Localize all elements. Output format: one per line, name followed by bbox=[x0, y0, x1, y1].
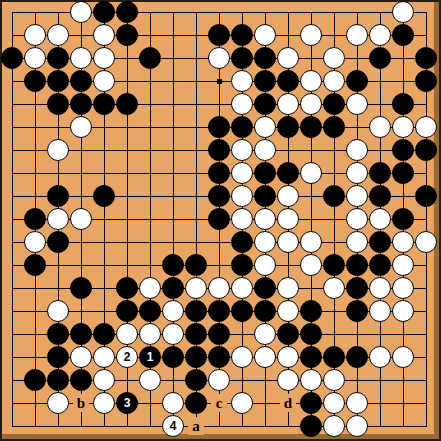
stone-black bbox=[47, 185, 69, 207]
stone-black bbox=[185, 392, 207, 414]
stone-black bbox=[208, 185, 230, 207]
stone-white bbox=[277, 208, 299, 230]
stone-black bbox=[346, 346, 368, 368]
stone-white bbox=[254, 208, 276, 230]
stone-black bbox=[24, 254, 46, 276]
stone-black bbox=[116, 93, 138, 115]
stone-black bbox=[254, 162, 276, 184]
stone-white bbox=[231, 93, 253, 115]
stone-black bbox=[277, 70, 299, 92]
stone-white bbox=[346, 185, 368, 207]
stone-black bbox=[70, 369, 92, 391]
stone-white bbox=[323, 415, 345, 437]
stone-white bbox=[231, 139, 253, 161]
stone-white bbox=[231, 185, 253, 207]
stone-black bbox=[47, 93, 69, 115]
stone-white bbox=[415, 231, 437, 253]
stone-black bbox=[300, 116, 322, 138]
stone-black bbox=[415, 185, 437, 207]
stone-black bbox=[162, 346, 184, 368]
stone-black bbox=[70, 93, 92, 115]
stone-black bbox=[47, 231, 69, 253]
stone-black bbox=[277, 116, 299, 138]
stone-black bbox=[392, 162, 414, 184]
stone-white bbox=[24, 231, 46, 253]
stone-white bbox=[277, 93, 299, 115]
stone-black bbox=[231, 47, 253, 69]
stone-black bbox=[323, 93, 345, 115]
stone-white bbox=[346, 415, 368, 437]
stone-black bbox=[346, 300, 368, 322]
stone-black bbox=[1, 47, 23, 69]
stone-black bbox=[231, 24, 253, 46]
stone-black bbox=[254, 70, 276, 92]
stone-white bbox=[392, 254, 414, 276]
stone-white bbox=[70, 116, 92, 138]
stone-white bbox=[254, 254, 276, 276]
stone-black bbox=[369, 162, 391, 184]
stone-white bbox=[300, 231, 322, 253]
stone-white bbox=[93, 24, 115, 46]
stone-white bbox=[346, 93, 368, 115]
stone-white bbox=[346, 231, 368, 253]
stone-white bbox=[392, 277, 414, 299]
stone-white bbox=[323, 277, 345, 299]
stone-white bbox=[346, 392, 368, 414]
stone-black bbox=[346, 70, 368, 92]
stone-white bbox=[369, 277, 391, 299]
stone-white bbox=[277, 277, 299, 299]
stone-white bbox=[392, 231, 414, 253]
stone-black-move-3: 3 bbox=[116, 392, 138, 414]
stone-white bbox=[231, 392, 253, 414]
stone-black bbox=[369, 231, 391, 253]
stone-black bbox=[93, 185, 115, 207]
stone-white bbox=[300, 70, 322, 92]
stone-black bbox=[300, 415, 322, 437]
stone-white bbox=[162, 392, 184, 414]
stone-black bbox=[392, 208, 414, 230]
stone-black bbox=[47, 323, 69, 345]
stone-black bbox=[346, 254, 368, 276]
stone-white bbox=[70, 346, 92, 368]
stone-white bbox=[369, 116, 391, 138]
stone-white bbox=[47, 139, 69, 161]
stone-white bbox=[300, 24, 322, 46]
point-label-c: c bbox=[211, 394, 227, 412]
point-label-d: d bbox=[280, 394, 296, 412]
stone-black bbox=[231, 254, 253, 276]
stone-black bbox=[369, 254, 391, 276]
stone-white bbox=[369, 208, 391, 230]
stone-white bbox=[139, 369, 161, 391]
stone-white bbox=[208, 369, 230, 391]
stone-white bbox=[116, 323, 138, 345]
stone-black bbox=[70, 70, 92, 92]
stone-black-move-1: 1 bbox=[139, 346, 161, 368]
stone-white-move-4: 4 bbox=[162, 415, 184, 437]
stone-black bbox=[231, 116, 253, 138]
stone-white bbox=[93, 346, 115, 368]
stone-black bbox=[254, 300, 276, 322]
stone-black bbox=[323, 116, 345, 138]
stone-white bbox=[24, 24, 46, 46]
stone-white bbox=[346, 139, 368, 161]
stone-white bbox=[323, 392, 345, 414]
stone-black bbox=[116, 300, 138, 322]
stone-black bbox=[162, 277, 184, 299]
stone-white bbox=[254, 323, 276, 345]
stone-black bbox=[24, 369, 46, 391]
stone-white bbox=[162, 300, 184, 322]
stone-white bbox=[277, 369, 299, 391]
stone-white bbox=[277, 231, 299, 253]
stone-black bbox=[323, 254, 345, 276]
stone-black bbox=[116, 1, 138, 23]
stone-white bbox=[231, 208, 253, 230]
stone-white bbox=[277, 185, 299, 207]
stone-black bbox=[300, 392, 322, 414]
stone-white bbox=[93, 369, 115, 391]
stone-black bbox=[300, 346, 322, 368]
stone-black bbox=[392, 93, 414, 115]
stone-black bbox=[185, 346, 207, 368]
stone-black bbox=[47, 369, 69, 391]
stone-black bbox=[300, 300, 322, 322]
stone-black bbox=[208, 323, 230, 345]
stone-black bbox=[346, 277, 368, 299]
stone-white bbox=[139, 323, 161, 345]
stone-black bbox=[208, 139, 230, 161]
stone-black bbox=[323, 346, 345, 368]
stone-black bbox=[47, 47, 69, 69]
stone-white bbox=[47, 300, 69, 322]
stone-white bbox=[254, 139, 276, 161]
stone-black bbox=[162, 254, 184, 276]
stone-white bbox=[369, 346, 391, 368]
stone-black bbox=[415, 70, 437, 92]
stone-black bbox=[208, 208, 230, 230]
stone-white bbox=[47, 392, 69, 414]
stone-white bbox=[392, 1, 414, 23]
stone-black bbox=[24, 208, 46, 230]
stone-white bbox=[323, 369, 345, 391]
stone-white bbox=[300, 254, 322, 276]
stone-black bbox=[185, 300, 207, 322]
stone-black bbox=[116, 24, 138, 46]
stone-white bbox=[70, 47, 92, 69]
stone-white-move-2: 2 bbox=[116, 346, 138, 368]
stone-white bbox=[231, 346, 253, 368]
stone-white bbox=[300, 369, 322, 391]
stone-black bbox=[300, 323, 322, 345]
stone-black bbox=[139, 300, 161, 322]
stone-black bbox=[185, 254, 207, 276]
stone-black bbox=[185, 323, 207, 345]
stone-white bbox=[323, 47, 345, 69]
stone-black bbox=[415, 139, 437, 161]
stone-white bbox=[346, 208, 368, 230]
stone-white bbox=[277, 300, 299, 322]
stone-white bbox=[346, 24, 368, 46]
stone-black bbox=[24, 70, 46, 92]
stone-black bbox=[254, 47, 276, 69]
stone-white bbox=[346, 162, 368, 184]
stone-white bbox=[254, 231, 276, 253]
stone-black bbox=[208, 24, 230, 46]
stone-black bbox=[70, 323, 92, 345]
stone-white bbox=[415, 116, 437, 138]
stone-black bbox=[208, 116, 230, 138]
stone-white bbox=[185, 277, 207, 299]
point-label-b: b bbox=[73, 394, 89, 412]
stone-black bbox=[254, 277, 276, 299]
stone-white bbox=[254, 116, 276, 138]
stone-black bbox=[369, 185, 391, 207]
stone-black bbox=[277, 162, 299, 184]
stone-white bbox=[93, 70, 115, 92]
stone-white bbox=[208, 277, 230, 299]
stone-black bbox=[323, 185, 345, 207]
stone-black bbox=[208, 300, 230, 322]
stone-white bbox=[254, 24, 276, 46]
stone-black bbox=[208, 162, 230, 184]
stone-white bbox=[300, 162, 322, 184]
stone-black bbox=[254, 93, 276, 115]
stone-black bbox=[185, 369, 207, 391]
stone-black bbox=[47, 70, 69, 92]
stone-white bbox=[323, 70, 345, 92]
stone-white bbox=[300, 93, 322, 115]
stone-black bbox=[254, 185, 276, 207]
stone-white bbox=[24, 47, 46, 69]
stone-black bbox=[70, 277, 92, 299]
star-point bbox=[217, 79, 222, 84]
stone-white bbox=[277, 47, 299, 69]
stone-white bbox=[369, 300, 391, 322]
stone-black bbox=[208, 346, 230, 368]
stone-white bbox=[231, 277, 253, 299]
stone-black bbox=[369, 47, 391, 69]
stone-black bbox=[93, 323, 115, 345]
stone-white bbox=[70, 1, 92, 23]
stone-black bbox=[93, 1, 115, 23]
stone-black bbox=[116, 277, 138, 299]
stone-white bbox=[93, 47, 115, 69]
stone-black bbox=[47, 346, 69, 368]
stone-black bbox=[231, 300, 253, 322]
stone-white bbox=[139, 277, 161, 299]
stone-black bbox=[392, 139, 414, 161]
point-label-a: a bbox=[188, 417, 204, 435]
stone-black bbox=[415, 47, 437, 69]
stone-white bbox=[231, 162, 253, 184]
stone-white bbox=[392, 300, 414, 322]
stone-white bbox=[162, 323, 184, 345]
stone-white bbox=[369, 24, 391, 46]
stone-white bbox=[392, 116, 414, 138]
stone-black bbox=[392, 24, 414, 46]
stone-white bbox=[47, 24, 69, 46]
stone-white bbox=[231, 70, 253, 92]
stone-black bbox=[277, 323, 299, 345]
stone-black bbox=[93, 93, 115, 115]
stone-black bbox=[231, 231, 253, 253]
stone-white bbox=[277, 346, 299, 368]
stone-white bbox=[70, 208, 92, 230]
stone-white bbox=[208, 47, 230, 69]
stone-white bbox=[93, 392, 115, 414]
stone-white bbox=[47, 208, 69, 230]
stone-white bbox=[254, 346, 276, 368]
stone-black bbox=[139, 47, 161, 69]
go-board: 2134abcd bbox=[0, 0, 441, 441]
stone-white bbox=[392, 346, 414, 368]
